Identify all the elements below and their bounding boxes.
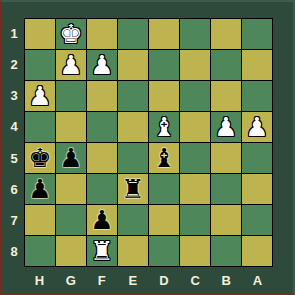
- square-c8[interactable]: [180, 236, 210, 266]
- square-a1[interactable]: [242, 19, 272, 49]
- rank-label-8: 8: [5, 236, 23, 267]
- square-g3[interactable]: [56, 81, 86, 111]
- rank-label-7: 7: [5, 205, 23, 236]
- square-b4[interactable]: ♟: [211, 112, 241, 142]
- rank-label-4: 4: [5, 111, 23, 142]
- square-f8[interactable]: ♜: [87, 236, 117, 266]
- square-b8[interactable]: [211, 236, 241, 266]
- square-g7[interactable]: [56, 205, 86, 235]
- chess-board: ♚♟♟♟♝♟♟♚♟♝♟♜♟♜: [24, 18, 273, 267]
- rank-label-6: 6: [5, 174, 23, 205]
- square-h2[interactable]: [25, 50, 55, 80]
- square-b2[interactable]: [211, 50, 241, 80]
- square-e2[interactable]: [118, 50, 148, 80]
- file-label-d: D: [149, 270, 180, 290]
- square-a5[interactable]: [242, 143, 272, 173]
- square-h5[interactable]: ♚: [25, 143, 55, 173]
- white-pawn: ♟: [214, 112, 237, 142]
- rank-label-1: 1: [5, 18, 23, 49]
- square-d7[interactable]: [149, 205, 179, 235]
- file-label-a: A: [242, 270, 273, 290]
- rank-label-3: 3: [5, 80, 23, 111]
- square-f5[interactable]: [87, 143, 117, 173]
- square-c6[interactable]: [180, 174, 210, 204]
- square-f3[interactable]: [87, 81, 117, 111]
- square-b1[interactable]: [211, 19, 241, 49]
- square-d5[interactable]: ♝: [149, 143, 179, 173]
- square-e6[interactable]: ♜: [118, 174, 148, 204]
- black-bishop: ♝: [152, 143, 175, 173]
- square-h4[interactable]: [25, 112, 55, 142]
- file-labels: HGFEDCBA: [24, 270, 273, 290]
- square-e1[interactable]: [118, 19, 148, 49]
- file-label-b: B: [211, 270, 242, 290]
- black-pawn: ♟: [90, 205, 113, 235]
- square-e7[interactable]: [118, 205, 148, 235]
- square-b6[interactable]: [211, 174, 241, 204]
- square-d8[interactable]: [149, 236, 179, 266]
- square-d6[interactable]: [149, 174, 179, 204]
- square-b7[interactable]: [211, 205, 241, 235]
- file-label-c: C: [180, 270, 211, 290]
- white-bishop: ♝: [152, 112, 175, 142]
- rank-label-5: 5: [5, 143, 23, 174]
- square-h1[interactable]: [25, 19, 55, 49]
- white-king: ♚: [59, 19, 82, 49]
- square-a6[interactable]: [242, 174, 272, 204]
- square-h6[interactable]: ♟: [25, 174, 55, 204]
- square-c1[interactable]: [180, 19, 210, 49]
- square-c2[interactable]: [180, 50, 210, 80]
- board-frame: 12345678 ♚♟♟♟♝♟♟♚♟♝♟♜♟♜ HGFEDCBA: [0, 0, 295, 295]
- white-pawn: ♟: [245, 112, 268, 142]
- square-e8[interactable]: [118, 236, 148, 266]
- file-label-h: H: [24, 270, 55, 290]
- square-e3[interactable]: [118, 81, 148, 111]
- square-h8[interactable]: [25, 236, 55, 266]
- square-a8[interactable]: [242, 236, 272, 266]
- square-c7[interactable]: [180, 205, 210, 235]
- white-pawn: ♟: [59, 50, 82, 80]
- square-a2[interactable]: [242, 50, 272, 80]
- square-f7[interactable]: ♟: [87, 205, 117, 235]
- square-a7[interactable]: [242, 205, 272, 235]
- square-f6[interactable]: [87, 174, 117, 204]
- square-c3[interactable]: [180, 81, 210, 111]
- square-d1[interactable]: [149, 19, 179, 49]
- square-g4[interactable]: [56, 112, 86, 142]
- square-b5[interactable]: [211, 143, 241, 173]
- square-d4[interactable]: ♝: [149, 112, 179, 142]
- square-a4[interactable]: ♟: [242, 112, 272, 142]
- square-h3[interactable]: ♟: [25, 81, 55, 111]
- square-a3[interactable]: [242, 81, 272, 111]
- square-h7[interactable]: [25, 205, 55, 235]
- rank-labels: 12345678: [5, 18, 23, 267]
- square-g6[interactable]: [56, 174, 86, 204]
- square-f2[interactable]: ♟: [87, 50, 117, 80]
- black-pawn: ♟: [28, 174, 51, 204]
- square-g2[interactable]: ♟: [56, 50, 86, 80]
- square-e5[interactable]: [118, 143, 148, 173]
- white-pawn: ♟: [28, 81, 51, 111]
- black-rook: ♜: [121, 174, 144, 204]
- square-e4[interactable]: [118, 112, 148, 142]
- square-c4[interactable]: [180, 112, 210, 142]
- black-king: ♚: [28, 143, 51, 173]
- square-f1[interactable]: [87, 19, 117, 49]
- square-b3[interactable]: [211, 81, 241, 111]
- square-g1[interactable]: ♚: [56, 19, 86, 49]
- file-label-f: F: [86, 270, 117, 290]
- square-d3[interactable]: [149, 81, 179, 111]
- white-rook: ♜: [90, 236, 113, 266]
- black-pawn: ♟: [59, 143, 82, 173]
- square-d2[interactable]: [149, 50, 179, 80]
- square-c5[interactable]: [180, 143, 210, 173]
- file-label-g: G: [55, 270, 86, 290]
- rank-label-2: 2: [5, 49, 23, 80]
- square-g5[interactable]: ♟: [56, 143, 86, 173]
- square-g8[interactable]: [56, 236, 86, 266]
- white-pawn: ♟: [90, 50, 113, 80]
- file-label-e: E: [117, 270, 148, 290]
- square-f4[interactable]: [87, 112, 117, 142]
